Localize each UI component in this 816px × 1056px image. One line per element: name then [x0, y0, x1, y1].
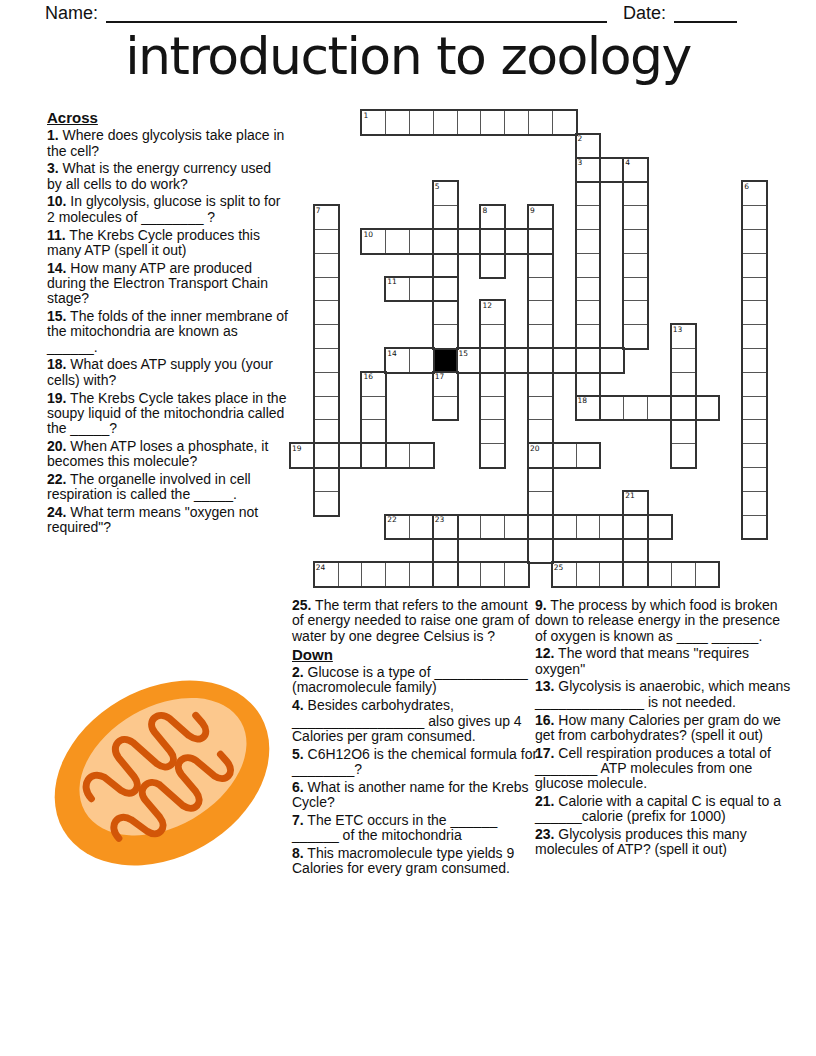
- grid-cell-r0c8[interactable]: [480, 110, 505, 135]
- grid-cell-r14c5[interactable]: [409, 443, 434, 468]
- grid-cell-r13c16[interactable]: [671, 419, 696, 444]
- worksheet-title: introduction to zoology: [0, 26, 816, 86]
- clue-across-1: 1. Where does glycolysis take place in t…: [47, 128, 289, 159]
- cell-number-5: 5: [435, 183, 440, 191]
- grid-cell-r7c12[interactable]: [576, 277, 601, 302]
- grid-cell-r17c11[interactable]: [552, 515, 577, 540]
- clue-across-25: 25. The term that refers to the amount o…: [292, 598, 538, 644]
- cell-number-19: 19: [292, 445, 302, 453]
- middle-clues-column: 25. The term that refers to the amount o…: [292, 598, 538, 879]
- grid-cell-r16c1[interactable]: [314, 491, 339, 516]
- cell-number-25: 25: [554, 564, 564, 572]
- cell-number-9: 9: [530, 207, 535, 215]
- name-blank-line[interactable]: [106, 5, 607, 23]
- grid-cell-r12c6[interactable]: [433, 396, 458, 421]
- grid-cell-r9c1[interactable]: [314, 324, 339, 349]
- cell-number-21: 21: [625, 492, 635, 500]
- grid-cell-r5c6[interactable]: [433, 229, 458, 254]
- grid-cell-r19c7[interactable]: [457, 562, 482, 587]
- date-blank-line[interactable]: [674, 5, 737, 23]
- name-label: Name:: [45, 3, 98, 24]
- grid-cell-r9c10[interactable]: [528, 324, 553, 349]
- grid-cell-r4c12[interactable]: [576, 205, 601, 230]
- cell-number-20: 20: [530, 445, 540, 453]
- grid-cell-r8c14[interactable]: [623, 300, 648, 325]
- grid-cell-r10c5[interactable]: [409, 348, 434, 373]
- grid-cell-r10c8[interactable]: [480, 348, 505, 373]
- cell-number-18: 18: [578, 397, 588, 405]
- grid-cell-r6c8[interactable]: [480, 253, 505, 278]
- grid-cell-r13c8[interactable]: [480, 419, 505, 444]
- grid-cell-r19c5[interactable]: [409, 562, 434, 587]
- grid-cell-r8c1[interactable]: [314, 300, 339, 325]
- grid-cell-r12c1[interactable]: [314, 396, 339, 421]
- grid-cell-r7c14[interactable]: [623, 277, 648, 302]
- name-date-row: Name: Date:: [45, 3, 737, 24]
- grid-cell-r10c16[interactable]: [671, 348, 696, 373]
- grid-cell-r5c8[interactable]: [480, 229, 505, 254]
- cell-number-2: 2: [578, 135, 583, 143]
- grid-cell-r14c16[interactable]: [671, 443, 696, 468]
- grid-cell-r19c8[interactable]: [480, 562, 505, 587]
- grid-cell-r7c10[interactable]: [528, 277, 553, 302]
- grid-cell-r9c6[interactable]: [433, 324, 458, 349]
- grid-cell-r11c12[interactable]: [576, 372, 601, 397]
- grid-cell-r8c12[interactable]: [576, 300, 601, 325]
- clue-across-18: 18. What does ATP supply you (your cells…: [47, 357, 289, 388]
- clue-down-6: 6. What is another name for the Krebs Cy…: [292, 780, 538, 811]
- grid-cell-r17c14[interactable]: [623, 515, 648, 540]
- grid-cell-r11c1[interactable]: [314, 372, 339, 397]
- grid-cell-r5c4[interactable]: [385, 229, 410, 254]
- grid-cell-r6c12[interactable]: [576, 253, 601, 278]
- grid-cell-r15c1[interactable]: [314, 467, 339, 492]
- clue-across-10: 10. In glycolysis, glucose is split to f…: [47, 194, 289, 225]
- grid-cell-r17c12[interactable]: [576, 515, 601, 540]
- clue-down-4: 4. Besides carbohydrates, ______________…: [292, 698, 538, 744]
- grid-cell-r10c1[interactable]: [314, 348, 339, 373]
- crossword-grid: 1310111415181920222425245678912131617212…: [290, 110, 769, 589]
- grid-cell-r10c13[interactable]: [599, 348, 624, 373]
- down-clues-list-continued: 9. The process by which food is broken d…: [535, 598, 791, 858]
- grid-cell-r15c10[interactable]: [528, 467, 553, 492]
- cell-number-3: 3: [578, 159, 583, 167]
- grid-cell-r5c9[interactable]: [504, 229, 529, 254]
- grid-cell-r5c10[interactable]: [528, 229, 553, 254]
- grid-cell-r4c14[interactable]: [623, 205, 648, 230]
- cell-number-13: 13: [673, 326, 683, 334]
- grid-cell-r6c19[interactable]: [742, 253, 767, 278]
- grid-cell-r3c12[interactable]: [576, 181, 601, 206]
- grid-cell-r9c8[interactable]: [480, 324, 505, 349]
- grid-cell-r0c5[interactable]: [409, 110, 434, 135]
- grid-cell-r12c19[interactable]: [742, 396, 767, 421]
- cell-number-8: 8: [482, 207, 487, 215]
- grid-cell-r12c3[interactable]: [361, 396, 386, 421]
- down-header: Down: [292, 647, 538, 662]
- grid-cell-r0c7[interactable]: [457, 110, 482, 135]
- grid-cell-r7c1[interactable]: [314, 277, 339, 302]
- date-label: Date:: [623, 3, 666, 24]
- cell-number-11: 11: [387, 278, 397, 286]
- grid-cell-r6c10[interactable]: [528, 253, 553, 278]
- clue-down-9: 9. The process by which food is broken d…: [535, 598, 791, 644]
- cell-number-17: 17: [435, 373, 445, 381]
- grid-cell-r17c19[interactable]: [742, 515, 767, 540]
- grid-cell-r12c16[interactable]: [671, 396, 696, 421]
- grid-cell-r13c1[interactable]: [314, 419, 339, 444]
- cell-number-7: 7: [316, 207, 321, 215]
- worksheet-page: Name: Date: introduction to zoology 1310…: [0, 0, 816, 1056]
- black-cell: [433, 348, 458, 373]
- grid-cell-r19c14[interactable]: [623, 562, 648, 587]
- grid-cell-r4c19[interactable]: [742, 205, 767, 230]
- grid-cell-r0c11[interactable]: [552, 110, 577, 135]
- grid-cell-r12c14[interactable]: [623, 396, 648, 421]
- cell-number-23: 23: [435, 516, 445, 524]
- clue-across-24: 24. What term means "oxygen not required…: [47, 505, 289, 536]
- grid-cell-r5c5[interactable]: [409, 229, 434, 254]
- cell-number-22: 22: [387, 516, 397, 524]
- cell-number-1: 1: [363, 112, 368, 120]
- grid-cell-r13c10[interactable]: [528, 419, 553, 444]
- clue-down-8: 8. This macromolecule type yields 9 Calo…: [292, 846, 538, 877]
- grid-cell-r10c11[interactable]: [552, 348, 577, 373]
- grid-cell-r14c19[interactable]: [742, 443, 767, 468]
- grid-cell-r5c14[interactable]: [623, 229, 648, 254]
- across-clues-continued: 25. The term that refers to the amount o…: [292, 598, 538, 644]
- clue-down-2: 2. Glucose is a type of ____________ (ma…: [292, 665, 538, 696]
- grid-cell-r7c5[interactable]: [409, 277, 434, 302]
- grid-cell-r8c19[interactable]: [742, 300, 767, 325]
- right-clues-column: 9. The process by which food is broken d…: [535, 598, 791, 860]
- grid-cell-r7c6[interactable]: [433, 277, 458, 302]
- grid-cell-r5c19[interactable]: [742, 229, 767, 254]
- cell-number-14: 14: [387, 350, 397, 358]
- grid-cell-r0c10[interactable]: [528, 110, 553, 135]
- grid-cell-r17c10[interactable]: [528, 515, 553, 540]
- grid-cell-r8c6[interactable]: [433, 300, 458, 325]
- cell-number-6: 6: [744, 183, 749, 191]
- grid-cell-r16c19[interactable]: [742, 491, 767, 516]
- grid-cell-r14c12[interactable]: [576, 443, 601, 468]
- clue-across-22: 22. The organelle involved in cell respi…: [47, 472, 289, 503]
- clue-down-12: 12. The word that means "requires oxygen…: [535, 646, 791, 677]
- grid-cell-r0c6[interactable]: [433, 110, 458, 135]
- grid-cell-r14c4[interactable]: [385, 443, 410, 468]
- grid-cell-r10c9[interactable]: [504, 348, 529, 373]
- grid-cell-r19c6[interactable]: [433, 562, 458, 587]
- grid-cell-r10c10[interactable]: [528, 348, 553, 373]
- grid-cell-r15c19[interactable]: [742, 467, 767, 492]
- clue-down-16: 16. How many Calories per gram do we get…: [535, 713, 791, 744]
- grid-cell-r14c11[interactable]: [552, 443, 577, 468]
- grid-cell-r12c8[interactable]: [480, 396, 505, 421]
- grid-cell-r7c19[interactable]: [742, 277, 767, 302]
- across-clues-list: 1. Where does glycolysis take place in t…: [47, 128, 289, 535]
- grid-cell-r19c4[interactable]: [385, 562, 410, 587]
- grid-cell-r5c12[interactable]: [576, 229, 601, 254]
- cell-number-12: 12: [482, 302, 492, 310]
- clue-down-13: 13. Glycolysis is anaerobic, which means…: [535, 679, 791, 710]
- clue-down-23: 23. Glycolysis produces this many molecu…: [535, 827, 791, 858]
- grid-cell-r12c10[interactable]: [528, 396, 553, 421]
- grid-cell-r17c15[interactable]: [647, 515, 672, 540]
- grid-cell-r6c14[interactable]: [623, 253, 648, 278]
- grid-cell-r6c6[interactable]: [433, 253, 458, 278]
- cell-number-24: 24: [316, 564, 326, 572]
- grid-cell-r19c17[interactable]: [695, 562, 720, 587]
- grid-cell-r6c1[interactable]: [314, 253, 339, 278]
- grid-cell-r19c9[interactable]: [504, 562, 529, 587]
- clue-down-17: 17. Cell respiration produces a total of…: [535, 746, 791, 792]
- clue-across-14: 14. How many ATP are produced during the…: [47, 261, 289, 307]
- grid-cell-r5c1[interactable]: [314, 229, 339, 254]
- clue-down-7: 7. The ETC occurs in the ______ ______ o…: [292, 813, 538, 844]
- grid-cell-r19c2[interactable]: [338, 562, 363, 587]
- clue-across-15: 15. The folds of the inner membrane of t…: [47, 309, 289, 355]
- grid-cell-r0c9[interactable]: [504, 110, 529, 135]
- grid-cell-r17c9[interactable]: [504, 515, 529, 540]
- mitochondria-illustration: [40, 648, 284, 898]
- across-clues-column: Across 1. Where does glycolysis take pla…: [47, 110, 289, 538]
- grid-cell-r11c19[interactable]: [742, 372, 767, 397]
- cell-number-4: 4: [625, 159, 630, 167]
- grid-cell-r14c3[interactable]: [361, 443, 386, 468]
- grid-cell-r9c14[interactable]: [623, 324, 648, 349]
- grid-cell-r16c10[interactable]: [528, 491, 553, 516]
- grid-cell-r9c12[interactable]: [576, 324, 601, 349]
- grid-cell-r4c6[interactable]: [433, 205, 458, 230]
- grid-cell-r10c19[interactable]: [742, 348, 767, 373]
- grid-cell-r12c13[interactable]: [599, 396, 624, 421]
- grid-cell-r12c15[interactable]: [647, 396, 672, 421]
- grid-cell-r3c14[interactable]: [623, 181, 648, 206]
- grid-cell-r17c13[interactable]: [599, 515, 624, 540]
- down-clues-list: 2. Glucose is a type of ____________ (ma…: [292, 665, 538, 876]
- grid-cell-r13c19[interactable]: [742, 419, 767, 444]
- grid-cell-r14c2[interactable]: [338, 443, 363, 468]
- clue-across-3: 3. What is the energy currency used by a…: [47, 161, 289, 192]
- clue-down-5: 5. C6H12O6 is the chemical formula for _…: [292, 747, 538, 778]
- grid-cell-r9c19[interactable]: [742, 324, 767, 349]
- grid-cell-r2c13[interactable]: [599, 158, 624, 183]
- clue-across-11: 11. The Krebs Cycle produces this many A…: [47, 228, 289, 259]
- grid-cell-r11c8[interactable]: [480, 372, 505, 397]
- grid-cell-r18c14[interactable]: [623, 538, 648, 563]
- grid-cell-r17c8[interactable]: [480, 515, 505, 540]
- across-header: Across: [47, 110, 289, 125]
- grid-cell-r19c13[interactable]: [599, 562, 624, 587]
- cell-number-16: 16: [363, 373, 373, 381]
- grid-cell-r19c3[interactable]: [361, 562, 386, 587]
- grid-cell-r19c12[interactable]: [576, 562, 601, 587]
- grid-cell-r11c10[interactable]: [528, 372, 553, 397]
- grid-cell-r0c4[interactable]: [385, 110, 410, 135]
- grid-cell-r17c5[interactable]: [409, 515, 434, 540]
- clue-down-21: 21. Calorie with a capital C is equal to…: [535, 794, 791, 825]
- grid-cell-r14c1[interactable]: [314, 443, 339, 468]
- cell-number-10: 10: [363, 231, 373, 239]
- grid-cell-r10c12[interactable]: [576, 348, 601, 373]
- grid-cell-r12c17[interactable]: [695, 396, 720, 421]
- grid-cell-r8c10[interactable]: [528, 300, 553, 325]
- grid-cell-r19c15[interactable]: [647, 562, 672, 587]
- grid-cell-r5c7[interactable]: [457, 229, 482, 254]
- grid-cell-r11c16[interactable]: [671, 372, 696, 397]
- grid-cell-r14c8[interactable]: [480, 443, 505, 468]
- grid-cell-r18c10[interactable]: [528, 538, 553, 563]
- grid-cell-r13c3[interactable]: [361, 419, 386, 444]
- clue-across-19: 19. The Krebs Cycle takes place in the s…: [47, 391, 289, 437]
- grid-cell-r19c16[interactable]: [671, 562, 696, 587]
- grid-cell-r17c7[interactable]: [457, 515, 482, 540]
- clue-across-20: 20. When ATP loses a phosphate, it becom…: [47, 439, 289, 470]
- grid-cell-r18c6[interactable]: [433, 538, 458, 563]
- cell-number-15: 15: [459, 350, 469, 358]
